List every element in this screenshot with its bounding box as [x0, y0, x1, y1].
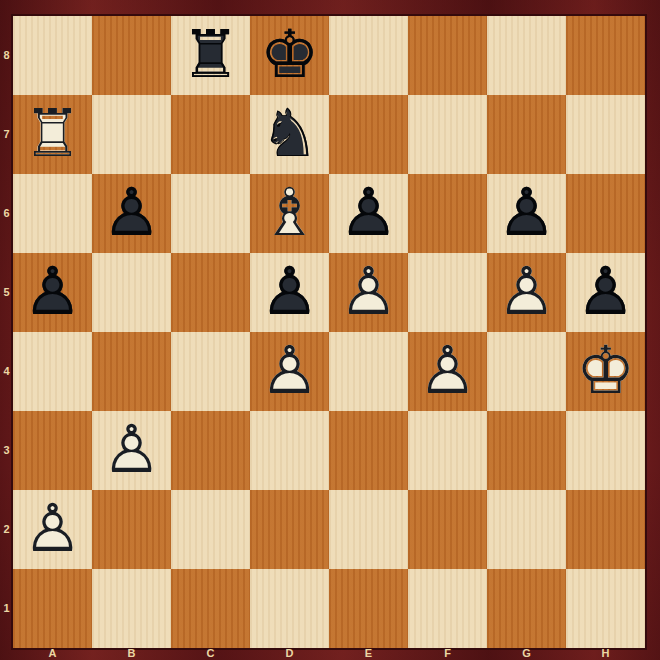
square-c4[interactable] [171, 332, 250, 411]
square-b5[interactable] [92, 253, 171, 332]
square-e7[interactable] [329, 95, 408, 174]
square-d3[interactable] [250, 411, 329, 490]
square-a6[interactable] [13, 174, 92, 253]
square-d7[interactable]: ♞♘ [250, 95, 329, 174]
rank-label-7: 7 [0, 95, 13, 174]
square-a2[interactable]: ♟♙ [13, 490, 92, 569]
piece-white-bishop[interactable]: ♝♗ [250, 174, 329, 253]
square-b8[interactable] [92, 16, 171, 95]
square-h3[interactable] [566, 411, 645, 490]
black-pawn-outline-icon: ♙ [250, 251, 329, 330]
square-b6[interactable]: ♟♙ [92, 174, 171, 253]
rank-label-6: 6 [0, 174, 13, 253]
white-bishop-outline-icon: ♗ [250, 172, 329, 251]
square-f2[interactable] [408, 490, 487, 569]
file-label-a: A [13, 647, 92, 660]
file-label-e: E [329, 647, 408, 660]
square-g4[interactable] [487, 332, 566, 411]
square-b3[interactable]: ♟♙ [92, 411, 171, 490]
chess-diagram: ♜♖♚♔♜♖♞♘♟♙♝♗♟♙♟♙♟♙♟♙♟♙♟♙♟♙♟♙♟♙♚♔♟♙♟♙ 876… [0, 0, 660, 660]
square-f6[interactable] [408, 174, 487, 253]
black-pawn-outline-icon: ♙ [566, 251, 645, 330]
file-label-h: H [566, 647, 645, 660]
square-b2[interactable] [92, 490, 171, 569]
black-pawn-outline-icon: ♙ [487, 172, 566, 251]
file-label-f: F [408, 647, 487, 660]
square-g7[interactable] [487, 95, 566, 174]
white-pawn-outline-icon: ♙ [13, 488, 92, 567]
piece-white-pawn[interactable]: ♟♙ [92, 411, 171, 490]
square-c7[interactable] [171, 95, 250, 174]
square-h1[interactable] [566, 569, 645, 648]
file-label-c: C [171, 647, 250, 660]
square-g8[interactable] [487, 16, 566, 95]
rank-label-4: 4 [0, 332, 13, 411]
square-d5[interactable]: ♟♙ [250, 253, 329, 332]
piece-white-pawn[interactable]: ♟♙ [250, 332, 329, 411]
square-f5[interactable] [408, 253, 487, 332]
square-a4[interactable] [13, 332, 92, 411]
square-h6[interactable] [566, 174, 645, 253]
square-d2[interactable] [250, 490, 329, 569]
square-e4[interactable] [329, 332, 408, 411]
piece-black-pawn[interactable]: ♟♙ [566, 253, 645, 332]
square-e8[interactable] [329, 16, 408, 95]
square-a5[interactable]: ♟♙ [13, 253, 92, 332]
square-a1[interactable] [13, 569, 92, 648]
square-b4[interactable] [92, 332, 171, 411]
square-f7[interactable] [408, 95, 487, 174]
square-h2[interactable] [566, 490, 645, 569]
square-h5[interactable]: ♟♙ [566, 253, 645, 332]
square-b1[interactable] [92, 569, 171, 648]
rank-label-2: 2 [0, 490, 13, 569]
piece-black-knight[interactable]: ♞♘ [250, 95, 329, 174]
rank-label-3: 3 [0, 411, 13, 490]
square-e3[interactable] [329, 411, 408, 490]
square-c8[interactable]: ♜♖ [171, 16, 250, 95]
rank-label-8: 8 [0, 16, 13, 95]
square-d8[interactable]: ♚♔ [250, 16, 329, 95]
square-c5[interactable] [171, 253, 250, 332]
piece-black-pawn[interactable]: ♟♙ [13, 253, 92, 332]
square-g5[interactable]: ♟♙ [487, 253, 566, 332]
piece-black-pawn[interactable]: ♟♙ [329, 174, 408, 253]
square-h7[interactable] [566, 95, 645, 174]
square-c3[interactable] [171, 411, 250, 490]
piece-white-pawn[interactable]: ♟♙ [408, 332, 487, 411]
square-c2[interactable] [171, 490, 250, 569]
square-f1[interactable] [408, 569, 487, 648]
square-h8[interactable] [566, 16, 645, 95]
white-pawn-outline-icon: ♙ [329, 251, 408, 330]
square-d1[interactable] [250, 569, 329, 648]
square-e6[interactable]: ♟♙ [329, 174, 408, 253]
piece-black-king[interactable]: ♚♔ [250, 16, 329, 95]
square-h4[interactable]: ♚♔ [566, 332, 645, 411]
file-label-b: B [92, 647, 171, 660]
square-e2[interactable] [329, 490, 408, 569]
square-g3[interactable] [487, 411, 566, 490]
square-c6[interactable] [171, 174, 250, 253]
square-b7[interactable] [92, 95, 171, 174]
white-rook-outline-icon: ♖ [13, 93, 92, 172]
square-a8[interactable] [13, 16, 92, 95]
square-g6[interactable]: ♟♙ [487, 174, 566, 253]
piece-white-rook[interactable]: ♜♖ [13, 95, 92, 174]
square-e5[interactable]: ♟♙ [329, 253, 408, 332]
piece-black-pawn[interactable]: ♟♙ [92, 174, 171, 253]
black-king-outline-icon: ♔ [250, 14, 329, 93]
square-d4[interactable]: ♟♙ [250, 332, 329, 411]
white-king-outline-icon: ♔ [566, 330, 645, 409]
white-pawn-outline-icon: ♙ [408, 330, 487, 409]
black-pawn-outline-icon: ♙ [13, 251, 92, 330]
square-a3[interactable] [13, 411, 92, 490]
white-pawn-outline-icon: ♙ [92, 409, 171, 488]
piece-black-rook[interactable]: ♜♖ [171, 16, 250, 95]
square-f8[interactable] [408, 16, 487, 95]
piece-white-king[interactable]: ♚♔ [566, 332, 645, 411]
square-c1[interactable] [171, 569, 250, 648]
square-d6[interactable]: ♝♗ [250, 174, 329, 253]
white-pawn-outline-icon: ♙ [487, 251, 566, 330]
chess-board: ♜♖♚♔♜♖♞♘♟♙♝♗♟♙♟♙♟♙♟♙♟♙♟♙♟♙♟♙♟♙♚♔♟♙♟♙ [13, 16, 645, 648]
white-pawn-outline-icon: ♙ [250, 330, 329, 409]
black-pawn-outline-icon: ♙ [92, 172, 171, 251]
piece-black-pawn[interactable]: ♟♙ [250, 253, 329, 332]
piece-white-pawn[interactable]: ♟♙ [13, 490, 92, 569]
square-g2[interactable] [487, 490, 566, 569]
square-g1[interactable] [487, 569, 566, 648]
rank-label-5: 5 [0, 253, 13, 332]
black-rook-outline-icon: ♖ [171, 14, 250, 93]
file-label-g: G [487, 647, 566, 660]
square-f4[interactable]: ♟♙ [408, 332, 487, 411]
file-label-d: D [250, 647, 329, 660]
black-pawn-outline-icon: ♙ [329, 172, 408, 251]
square-f3[interactable] [408, 411, 487, 490]
square-a7[interactable]: ♜♖ [13, 95, 92, 174]
piece-white-pawn[interactable]: ♟♙ [329, 253, 408, 332]
black-knight-outline-icon: ♘ [250, 93, 329, 172]
square-e1[interactable] [329, 569, 408, 648]
piece-white-pawn[interactable]: ♟♙ [487, 253, 566, 332]
piece-black-pawn[interactable]: ♟♙ [487, 174, 566, 253]
rank-label-1: 1 [0, 569, 13, 648]
